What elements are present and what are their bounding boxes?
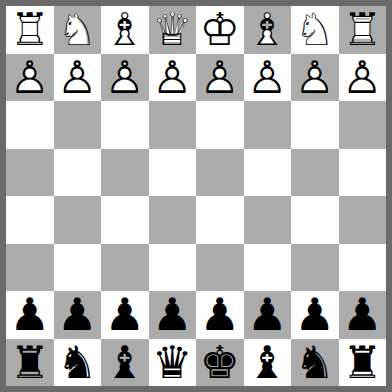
square-d7[interactable]: ♟ — [149, 291, 197, 339]
piece-black-pawn[interactable]: ♟ — [244, 291, 292, 339]
square-a7[interactable]: ♟ — [6, 291, 54, 339]
square-e1[interactable]: ♚♔ — [196, 6, 244, 54]
chess-board-frame: ♜♖♞♘♝♗♛♕♚♔♝♗♞♘♜♖♟♙♟♙♟♙♟♙♟♙♟♙♟♙♟♙♟♟♟♟♟♟♟♟… — [0, 0, 392, 392]
square-d6[interactable] — [149, 244, 197, 292]
piece-white-king[interactable]: ♚♔ — [196, 6, 244, 54]
square-f7[interactable]: ♟ — [244, 291, 292, 339]
square-d1[interactable]: ♛♕ — [149, 6, 197, 54]
piece-white-pawn[interactable]: ♟♙ — [6, 54, 54, 102]
piece-black-bishop[interactable]: ♝ — [101, 339, 149, 387]
square-c6[interactable] — [101, 244, 149, 292]
square-d2[interactable]: ♟♙ — [149, 54, 197, 102]
square-d3[interactable] — [149, 101, 197, 149]
piece-outline-layer: ♘ — [54, 6, 102, 54]
square-b5[interactable] — [54, 196, 102, 244]
square-d5[interactable] — [149, 196, 197, 244]
square-c2[interactable]: ♟♙ — [101, 54, 149, 102]
square-f6[interactable] — [244, 244, 292, 292]
square-g1[interactable]: ♞♘ — [291, 6, 339, 54]
piece-outline-layer: ♔ — [196, 6, 244, 54]
square-f1[interactable]: ♝♗ — [244, 6, 292, 54]
square-g2[interactable]: ♟♙ — [291, 54, 339, 102]
square-f2[interactable]: ♟♙ — [244, 54, 292, 102]
piece-outline-layer: ♕ — [149, 6, 197, 54]
piece-black-rook[interactable]: ♜ — [339, 339, 387, 387]
piece-black-knight[interactable]: ♞ — [291, 339, 339, 387]
square-c7[interactable]: ♟ — [101, 291, 149, 339]
square-g4[interactable] — [291, 149, 339, 197]
piece-outline-layer: ♙ — [244, 54, 292, 102]
square-f3[interactable] — [244, 101, 292, 149]
square-f5[interactable] — [244, 196, 292, 244]
piece-black-queen[interactable]: ♛ — [149, 339, 197, 387]
piece-white-knight[interactable]: ♞♘ — [291, 6, 339, 54]
square-g3[interactable] — [291, 101, 339, 149]
piece-glyph-layer: ♟ — [149, 291, 197, 339]
piece-white-bishop[interactable]: ♝♗ — [244, 6, 292, 54]
piece-outline-layer: ♖ — [6, 6, 54, 54]
piece-black-bishop[interactable]: ♝ — [244, 339, 292, 387]
piece-outline-layer: ♙ — [54, 54, 102, 102]
piece-glyph-layer: ♚ — [196, 339, 244, 387]
square-g7[interactable]: ♟ — [291, 291, 339, 339]
square-d4[interactable] — [149, 149, 197, 197]
piece-white-pawn[interactable]: ♟♙ — [196, 54, 244, 102]
square-c1[interactable]: ♝♗ — [101, 6, 149, 54]
chess-board: ♜♖♞♘♝♗♛♕♚♔♝♗♞♘♜♖♟♙♟♙♟♙♟♙♟♙♟♙♟♙♟♙♟♟♟♟♟♟♟♟… — [6, 6, 386, 386]
square-h6[interactable] — [339, 244, 387, 292]
piece-outline-layer: ♙ — [291, 54, 339, 102]
piece-white-pawn[interactable]: ♟♙ — [339, 54, 387, 102]
square-a5[interactable] — [6, 196, 54, 244]
piece-glyph-layer: ♞ — [291, 339, 339, 387]
square-e2[interactable]: ♟♙ — [196, 54, 244, 102]
square-e8[interactable]: ♚ — [196, 339, 244, 387]
piece-outline-layer: ♗ — [244, 6, 292, 54]
square-b8[interactable]: ♞ — [54, 339, 102, 387]
piece-outline-layer: ♙ — [6, 54, 54, 102]
piece-white-queen[interactable]: ♛♕ — [149, 6, 197, 54]
square-b2[interactable]: ♟♙ — [54, 54, 102, 102]
piece-glyph-layer: ♟ — [6, 291, 54, 339]
square-g5[interactable] — [291, 196, 339, 244]
square-c4[interactable] — [101, 149, 149, 197]
square-b1[interactable]: ♞♘ — [54, 6, 102, 54]
piece-black-knight[interactable]: ♞ — [54, 339, 102, 387]
piece-black-pawn[interactable]: ♟ — [101, 291, 149, 339]
piece-glyph-layer: ♞ — [54, 339, 102, 387]
square-e5[interactable] — [196, 196, 244, 244]
square-e3[interactable] — [196, 101, 244, 149]
piece-outline-layer: ♙ — [149, 54, 197, 102]
piece-glyph-layer: ♟ — [244, 291, 292, 339]
square-c8[interactable]: ♝ — [101, 339, 149, 387]
piece-glyph-layer: ♛ — [149, 339, 197, 387]
piece-white-pawn[interactable]: ♟♙ — [101, 54, 149, 102]
square-b3[interactable] — [54, 101, 102, 149]
square-a1[interactable]: ♜♖ — [6, 6, 54, 54]
square-c5[interactable] — [101, 196, 149, 244]
piece-black-pawn[interactable]: ♟ — [339, 291, 387, 339]
piece-glyph-layer: ♟ — [291, 291, 339, 339]
piece-glyph-layer: ♟ — [196, 291, 244, 339]
piece-glyph-layer: ♜ — [6, 339, 54, 387]
square-b7[interactable]: ♟ — [54, 291, 102, 339]
square-f4[interactable] — [244, 149, 292, 197]
piece-glyph-layer: ♟ — [339, 291, 387, 339]
square-e6[interactable] — [196, 244, 244, 292]
piece-white-rook[interactable]: ♜♖ — [6, 6, 54, 54]
piece-glyph-layer: ♝ — [244, 339, 292, 387]
piece-white-pawn[interactable]: ♟♙ — [291, 54, 339, 102]
square-f8[interactable]: ♝ — [244, 339, 292, 387]
piece-black-pawn[interactable]: ♟ — [196, 291, 244, 339]
piece-glyph-layer: ♟ — [101, 291, 149, 339]
square-h7[interactable]: ♟ — [339, 291, 387, 339]
piece-black-king[interactable]: ♚ — [196, 339, 244, 387]
square-h3[interactable] — [339, 101, 387, 149]
piece-glyph-layer: ♝ — [101, 339, 149, 387]
piece-outline-layer: ♗ — [101, 6, 149, 54]
piece-white-pawn[interactable]: ♟♙ — [244, 54, 292, 102]
square-g6[interactable] — [291, 244, 339, 292]
piece-black-rook[interactable]: ♜ — [6, 339, 54, 387]
piece-outline-layer: ♘ — [291, 6, 339, 54]
square-c3[interactable] — [101, 101, 149, 149]
piece-white-knight[interactable]: ♞♘ — [54, 6, 102, 54]
square-e7[interactable]: ♟ — [196, 291, 244, 339]
piece-white-rook[interactable]: ♜♖ — [339, 6, 387, 54]
square-h5[interactable] — [339, 196, 387, 244]
piece-white-pawn[interactable]: ♟♙ — [54, 54, 102, 102]
square-a4[interactable] — [6, 149, 54, 197]
piece-black-pawn[interactable]: ♟ — [6, 291, 54, 339]
square-h1[interactable]: ♜♖ — [339, 6, 387, 54]
piece-glyph-layer: ♟ — [54, 291, 102, 339]
square-e4[interactable] — [196, 149, 244, 197]
piece-outline-layer: ♙ — [101, 54, 149, 102]
square-h8[interactable]: ♜ — [339, 339, 387, 387]
square-b4[interactable] — [54, 149, 102, 197]
square-a6[interactable] — [6, 244, 54, 292]
piece-outline-layer: ♖ — [339, 6, 387, 54]
piece-glyph-layer: ♜ — [339, 339, 387, 387]
square-b6[interactable] — [54, 244, 102, 292]
piece-white-pawn[interactable]: ♟♙ — [149, 54, 197, 102]
square-g8[interactable]: ♞ — [291, 339, 339, 387]
piece-black-pawn[interactable]: ♟ — [291, 291, 339, 339]
piece-black-pawn[interactable]: ♟ — [149, 291, 197, 339]
piece-black-pawn[interactable]: ♟ — [54, 291, 102, 339]
piece-outline-layer: ♙ — [196, 54, 244, 102]
square-h4[interactable] — [339, 149, 387, 197]
square-a8[interactable]: ♜ — [6, 339, 54, 387]
piece-outline-layer: ♙ — [339, 54, 387, 102]
square-a3[interactable] — [6, 101, 54, 149]
piece-white-bishop[interactable]: ♝♗ — [101, 6, 149, 54]
square-h2[interactable]: ♟♙ — [339, 54, 387, 102]
square-d8[interactable]: ♛ — [149, 339, 197, 387]
square-a2[interactable]: ♟♙ — [6, 54, 54, 102]
